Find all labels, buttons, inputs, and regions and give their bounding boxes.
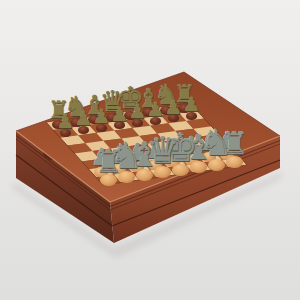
chess-board-box — [0, 0, 300, 300]
chess-set-photo: ♜♞♝♛♚♝♞♜♟♟♟♟♟♟♟♟♟♟♟♟♟♟♟♟♜♞♝♛♚♝♞♜ — [0, 0, 300, 300]
